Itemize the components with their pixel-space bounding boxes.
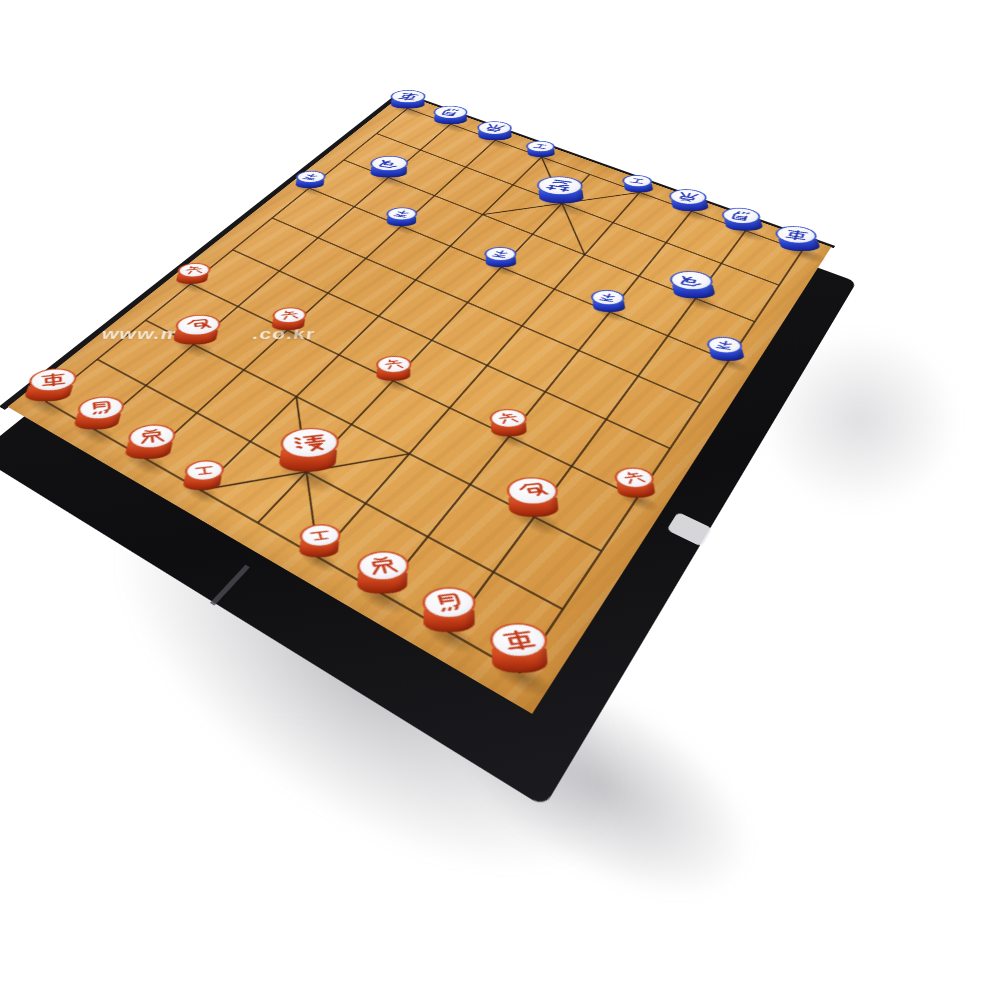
hanja-包-glyph — [373, 157, 405, 169]
piece-face — [477, 121, 512, 134]
board-point-r5f8 — [592, 343, 684, 411]
case-fold-seam — [210, 565, 250, 606]
board-point-r8f4 — [247, 362, 345, 433]
hanja-包-glyph — [675, 273, 708, 289]
hanja-士-glyph — [626, 176, 649, 186]
piece-face — [434, 106, 468, 119]
piece-face — [490, 623, 549, 657]
han-soldier-piece[interactable] — [270, 307, 307, 330]
janggi-board-scene: www.mi.co.kr — [7, 94, 831, 714]
watermark-suffix: .co.kr — [251, 326, 316, 342]
hanja-士-glyph — [191, 463, 219, 479]
piece-body — [491, 422, 527, 436]
board-grid — [0, 89, 841, 729]
hanja-象-glyph — [135, 427, 169, 446]
piece-body — [124, 441, 173, 459]
board-point-r9f6 — [312, 463, 418, 547]
piece-contact-shadow — [707, 350, 752, 376]
board-point-r7f4 — [292, 323, 386, 389]
han-cannon-piece[interactable] — [171, 315, 222, 345]
hanja-漢-glyph — [288, 431, 331, 454]
board-point-r8f7 — [418, 445, 521, 527]
hanja-兵-glyph — [494, 411, 523, 425]
piece-contact-shadow — [613, 484, 663, 517]
hanja-象-glyph — [363, 554, 403, 577]
cho-horse-piece[interactable] — [433, 106, 467, 124]
cho-guard-piece[interactable] — [526, 141, 556, 157]
hanja-象-glyph — [480, 122, 509, 133]
board-point-r7f6 — [401, 373, 498, 445]
cho-horse-piece[interactable] — [720, 208, 765, 231]
cho-elephant-piece[interactable] — [668, 189, 711, 211]
hanja-卒-glyph — [298, 172, 323, 182]
case-latch-notch — [667, 512, 713, 547]
cho-chariot-piece[interactable] — [773, 226, 822, 251]
piece-contact-shadow — [487, 424, 534, 454]
piece-contact-shadow — [17, 386, 73, 422]
piece-face — [526, 141, 556, 152]
han-elephant-piece[interactable] — [355, 551, 409, 594]
piece-face — [279, 428, 340, 458]
cho-soldier-piece[interactable] — [705, 337, 746, 361]
board-point-r8f6 — [358, 416, 459, 494]
piece-body — [508, 496, 559, 516]
hanja-兵-glyph — [277, 309, 302, 321]
cho-soldier-piece[interactable] — [294, 171, 326, 188]
board-point-r5f7 — [533, 319, 623, 384]
han-chariot-piece[interactable] — [490, 623, 550, 673]
cho-chariot-piece[interactable] — [390, 90, 426, 108]
piece-face — [422, 587, 476, 618]
board-point-r6f8 — [558, 384, 654, 457]
hanja-車-glyph — [394, 91, 423, 102]
cho-elephant-piece[interactable] — [477, 121, 513, 140]
piece-face — [536, 176, 584, 194]
piece-face — [376, 356, 412, 373]
hanja-卒-glyph — [595, 291, 621, 303]
hanja-車-glyph — [496, 627, 541, 654]
piece-body — [617, 482, 656, 498]
cho-soldier-piece[interactable] — [386, 207, 418, 226]
hanja-楚-glyph — [542, 178, 579, 193]
han-elephant-piece[interactable] — [123, 425, 178, 460]
hanja-士-glyph — [529, 142, 552, 151]
board-point-r9f7 — [373, 494, 481, 583]
piece-body — [73, 412, 122, 429]
piece-contact-shadow — [167, 331, 221, 364]
board-point-r9f4 — [199, 405, 302, 481]
piece-face — [705, 337, 744, 354]
piece-body — [492, 647, 549, 673]
watermark-text: www.mi.co.kr — [99, 326, 426, 343]
board-point-r7f8 — [521, 428, 621, 507]
cho-cannon-piece[interactable] — [668, 271, 717, 298]
piece-body — [376, 368, 410, 381]
hanja-兵-glyph — [381, 358, 408, 371]
piece-face — [506, 477, 559, 504]
piece-face — [356, 551, 409, 580]
board-point-r9f3 — [146, 378, 247, 451]
board-point-r8f2[interactable] — [146, 313, 241, 377]
board-point-r7f7[interactable] — [460, 400, 558, 476]
hanja-馬-glyph — [436, 107, 464, 118]
board-point-r9f5[interactable] — [254, 433, 358, 513]
hanja-士-glyph — [305, 527, 335, 544]
cho-cannon-piece[interactable] — [369, 156, 408, 177]
piece-contact-shadow — [372, 369, 416, 396]
piece-body — [709, 349, 745, 361]
han-soldier-piece[interactable] — [174, 263, 212, 284]
han-soldier-piece[interactable] — [375, 356, 412, 381]
hanja-包-glyph — [512, 480, 553, 501]
piece-face — [489, 409, 527, 428]
board-point-r8f5 — [301, 389, 401, 463]
han-cannon-piece[interactable] — [506, 477, 560, 517]
product-photo-stage: www.mi.co.kr — [0, 0, 1000, 1000]
board-point-r9f2 — [96, 352, 195, 421]
hanja-兵-glyph — [183, 265, 206, 276]
piece-contact-shadow — [177, 476, 224, 509]
hanja-兵-glyph — [619, 470, 650, 486]
hanja-馬-glyph — [85, 399, 117, 417]
han-guard-piece[interactable] — [297, 524, 341, 557]
board-surface: www.mi.co.kr — [7, 94, 831, 714]
board-point-r8f8[interactable] — [481, 475, 586, 561]
han-soldier-piece[interactable] — [613, 468, 657, 498]
piece-face — [613, 468, 655, 489]
piece-contact-shadow — [271, 451, 343, 500]
han-soldier-piece[interactable] — [489, 409, 528, 436]
board-point-r8f3 — [195, 337, 292, 404]
piece-face — [125, 425, 178, 449]
piece-body — [182, 475, 222, 490]
hanja-馬-glyph — [428, 590, 470, 615]
piece-face — [75, 397, 127, 420]
piece-body — [357, 571, 408, 593]
piece-contact-shadow — [293, 542, 344, 578]
board-point-r7f5[interactable] — [345, 348, 440, 417]
piece-body — [423, 609, 475, 633]
hanja-卒-glyph — [488, 248, 514, 259]
hanja-卒-glyph — [389, 209, 414, 219]
hanja-車-glyph — [781, 228, 812, 242]
piece-contact-shadow — [503, 498, 568, 542]
han-guard-piece[interactable] — [181, 460, 226, 490]
hanja-馬-glyph — [726, 209, 756, 222]
han-general-piece[interactable] — [277, 428, 340, 472]
hanja-卒-glyph — [711, 338, 738, 351]
hanja-包-glyph — [182, 317, 214, 333]
board-point-r6f7 — [498, 358, 592, 428]
piece-face — [183, 460, 226, 481]
han-horse-piece[interactable] — [71, 397, 127, 430]
cho-general-piece[interactable] — [536, 176, 585, 203]
piece-contact-shadow — [118, 443, 175, 481]
piece-face — [484, 247, 517, 261]
han-horse-piece[interactable] — [422, 587, 476, 632]
piece-body — [278, 449, 337, 472]
piece-contact-shadow — [67, 414, 122, 450]
piece-face — [299, 524, 342, 547]
piece-body — [299, 540, 340, 557]
cho-soldier-piece[interactable] — [484, 247, 517, 267]
board-point-r6f6 — [440, 333, 533, 400]
board-point-r9f8 — [438, 527, 548, 621]
hanja-象-glyph — [673, 190, 703, 203]
cho-guard-piece[interactable] — [621, 175, 654, 192]
cho-soldier-piece[interactable] — [590, 290, 627, 312]
